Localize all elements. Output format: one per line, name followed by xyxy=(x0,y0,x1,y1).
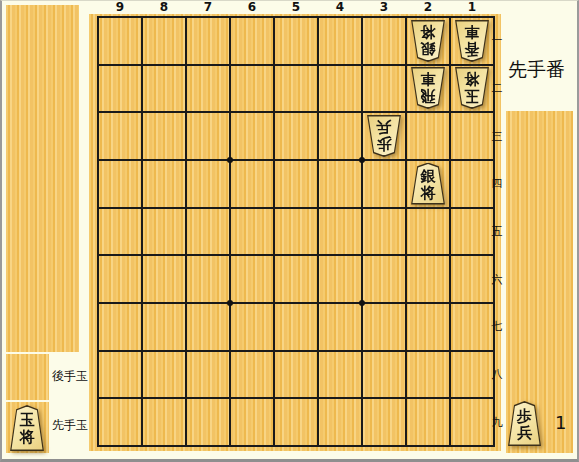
sente-hand-panel: 歩兵 xyxy=(506,111,573,453)
board-cell[interactable] xyxy=(186,112,230,160)
rank-label: 三 xyxy=(490,112,504,160)
board-cell[interactable] xyxy=(450,65,494,113)
board-cell[interactable] xyxy=(230,208,274,256)
file-label: 2 xyxy=(406,1,450,14)
board-cell[interactable] xyxy=(362,208,406,256)
board-cell[interactable] xyxy=(186,255,230,303)
file-label: 4 xyxy=(318,1,362,14)
board-cell[interactable] xyxy=(98,208,142,256)
board-cell[interactable] xyxy=(186,303,230,351)
board-cell[interactable] xyxy=(142,17,186,65)
board-cell[interactable] xyxy=(450,303,494,351)
board-cell[interactable] xyxy=(406,208,450,256)
piece-body: 歩兵 xyxy=(507,401,542,446)
star-point xyxy=(227,300,233,306)
board-cell[interactable] xyxy=(274,17,318,65)
board-cell[interactable] xyxy=(362,303,406,351)
star-point xyxy=(359,157,365,163)
rank-label: 二 xyxy=(490,65,504,113)
board-cell[interactable] xyxy=(318,17,362,65)
board-cell[interactable] xyxy=(362,160,406,208)
board-cell[interactable] xyxy=(142,208,186,256)
board-cell[interactable] xyxy=(230,17,274,65)
board-cell[interactable] xyxy=(362,255,406,303)
board-cell[interactable] xyxy=(274,303,318,351)
board-grid: 銀将香車飛車玉将歩兵銀将 xyxy=(97,16,495,447)
board-cell[interactable] xyxy=(406,65,450,113)
sente-king-label: 先手玉 xyxy=(52,417,88,434)
shogi-app-window: 玉将 後手玉 先手玉 987654321 銀将香車飛車玉将歩兵銀将 一二三四五六… xyxy=(0,0,579,462)
board-cell[interactable] xyxy=(98,160,142,208)
board-cell[interactable] xyxy=(142,160,186,208)
board-cell[interactable] xyxy=(406,351,450,399)
board-cell[interactable] xyxy=(98,398,142,446)
board-cell[interactable] xyxy=(362,398,406,446)
board-cell[interactable] xyxy=(98,255,142,303)
board-cell[interactable] xyxy=(230,303,274,351)
piece-kanji: 玉将 xyxy=(11,407,44,450)
file-label: 6 xyxy=(230,1,274,14)
board-cell[interactable] xyxy=(230,160,274,208)
board-cell[interactable] xyxy=(450,160,494,208)
board-cell[interactable] xyxy=(230,398,274,446)
rank-label: 九 xyxy=(490,398,504,446)
board-cell[interactable] xyxy=(406,160,450,208)
board-cell[interactable] xyxy=(318,208,362,256)
board-cell[interactable] xyxy=(318,65,362,113)
board-cell[interactable] xyxy=(406,112,450,160)
gote-king-label: 後手玉 xyxy=(52,368,88,385)
rank-label: 四 xyxy=(490,160,504,208)
rank-label: 一 xyxy=(490,17,504,65)
board-cell[interactable] xyxy=(274,65,318,113)
board-cell[interactable] xyxy=(142,255,186,303)
board-cell[interactable] xyxy=(318,160,362,208)
board-cell[interactable] xyxy=(362,112,406,160)
board-cell[interactable] xyxy=(362,65,406,113)
hand-pawn-count: 1 xyxy=(555,412,566,433)
file-label: 9 xyxy=(98,1,142,14)
board-cell[interactable] xyxy=(362,17,406,65)
piece-body: 玉将 xyxy=(9,405,45,451)
board-cell[interactable] xyxy=(98,351,142,399)
board-cell[interactable] xyxy=(274,398,318,446)
star-point xyxy=(227,157,233,163)
star-point xyxy=(359,300,365,306)
board-cell[interactable] xyxy=(274,351,318,399)
board-cell[interactable] xyxy=(274,208,318,256)
file-label: 3 xyxy=(362,1,406,14)
board-cell[interactable] xyxy=(186,160,230,208)
board-cell[interactable] xyxy=(186,208,230,256)
shogi-board: 銀将香車飛車玉将歩兵銀将 xyxy=(89,14,501,451)
board-cell[interactable] xyxy=(274,160,318,208)
gote-hand-panel xyxy=(6,5,79,352)
board-cell[interactable] xyxy=(450,255,494,303)
board-cell[interactable] xyxy=(98,303,142,351)
board-cell[interactable] xyxy=(186,398,230,446)
board-cell[interactable] xyxy=(406,255,450,303)
board-cell[interactable] xyxy=(98,112,142,160)
rank-label: 五 xyxy=(490,208,504,256)
board-cell[interactable] xyxy=(406,303,450,351)
file-label: 8 xyxy=(142,1,186,14)
board-cell[interactable] xyxy=(230,351,274,399)
board-cell[interactable] xyxy=(450,398,494,446)
board-cell[interactable] xyxy=(318,255,362,303)
board-cell[interactable] xyxy=(98,65,142,113)
rank-label: 六 xyxy=(490,255,504,303)
rank-label: 八 xyxy=(490,351,504,399)
gote-king-cell[interactable] xyxy=(6,354,49,400)
board-cell[interactable] xyxy=(318,351,362,399)
board-cell[interactable] xyxy=(450,351,494,399)
board-cell[interactable] xyxy=(318,303,362,351)
board-cell[interactable] xyxy=(186,351,230,399)
board-cell[interactable] xyxy=(274,112,318,160)
board-cell[interactable] xyxy=(318,112,362,160)
rank-label: 七 xyxy=(490,303,504,351)
board-cell[interactable] xyxy=(362,351,406,399)
board-cell[interactable] xyxy=(230,112,274,160)
board-cell[interactable] xyxy=(142,112,186,160)
board-cell[interactable] xyxy=(406,17,450,65)
file-label: 1 xyxy=(450,1,494,14)
sente-king-cell[interactable]: 玉将 xyxy=(6,402,49,453)
board-cell[interactable] xyxy=(406,398,450,446)
board-cell[interactable] xyxy=(450,208,494,256)
board-cell[interactable] xyxy=(450,112,494,160)
file-label: 5 xyxy=(274,1,318,14)
board-cell[interactable] xyxy=(98,17,142,65)
board-cell[interactable] xyxy=(142,398,186,446)
file-label: 7 xyxy=(186,1,230,14)
board-cell[interactable] xyxy=(186,65,230,113)
hand-pawn-piece[interactable]: 歩兵 xyxy=(507,401,542,446)
board-cell[interactable] xyxy=(142,65,186,113)
board-cell[interactable] xyxy=(142,351,186,399)
board-cell[interactable] xyxy=(142,303,186,351)
board-cell[interactable] xyxy=(318,398,362,446)
board-cell[interactable] xyxy=(450,17,494,65)
piece-kanji: 歩兵 xyxy=(509,403,541,445)
turn-indicator: 先手番 xyxy=(508,57,565,83)
board-cell[interactable] xyxy=(230,65,274,113)
board-cell[interactable] xyxy=(186,17,230,65)
board-cell[interactable] xyxy=(274,255,318,303)
sente-king-piece[interactable]: 玉将 xyxy=(9,405,45,451)
board-cell[interactable] xyxy=(230,255,274,303)
